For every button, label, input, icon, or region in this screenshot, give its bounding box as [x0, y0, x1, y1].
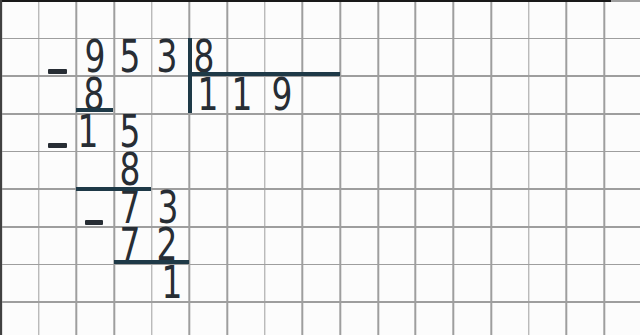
digit-cell-r2c5: 1 [194, 75, 222, 113]
division-bracket-horizontal [189, 72, 340, 76]
minus-sign-3 [85, 220, 103, 224]
squared-paper-worksheet: 9538811915873721 [0, 0, 640, 335]
digit-cell-r1c3: 5 [116, 38, 144, 76]
digit-cell-r7c4: 1 [158, 264, 186, 302]
digit-cell-r2c6: 1 [228, 75, 256, 113]
subtraction-line-1 [76, 108, 114, 112]
digit-cell-r6c3: 7 [116, 226, 144, 264]
digit-cell-r1c4: 3 [153, 38, 181, 76]
page-top-edge [0, 0, 611, 2]
digit-cell-r2c7: 9 [268, 75, 296, 113]
minus-sign-2 [48, 143, 67, 147]
digit-cell-r3c2: 1 [74, 113, 102, 151]
subtraction-line-3 [114, 260, 189, 264]
subtraction-line-2 [76, 187, 151, 191]
minus-sign-1 [48, 69, 67, 73]
page-left-edge [0, 0, 2, 335]
